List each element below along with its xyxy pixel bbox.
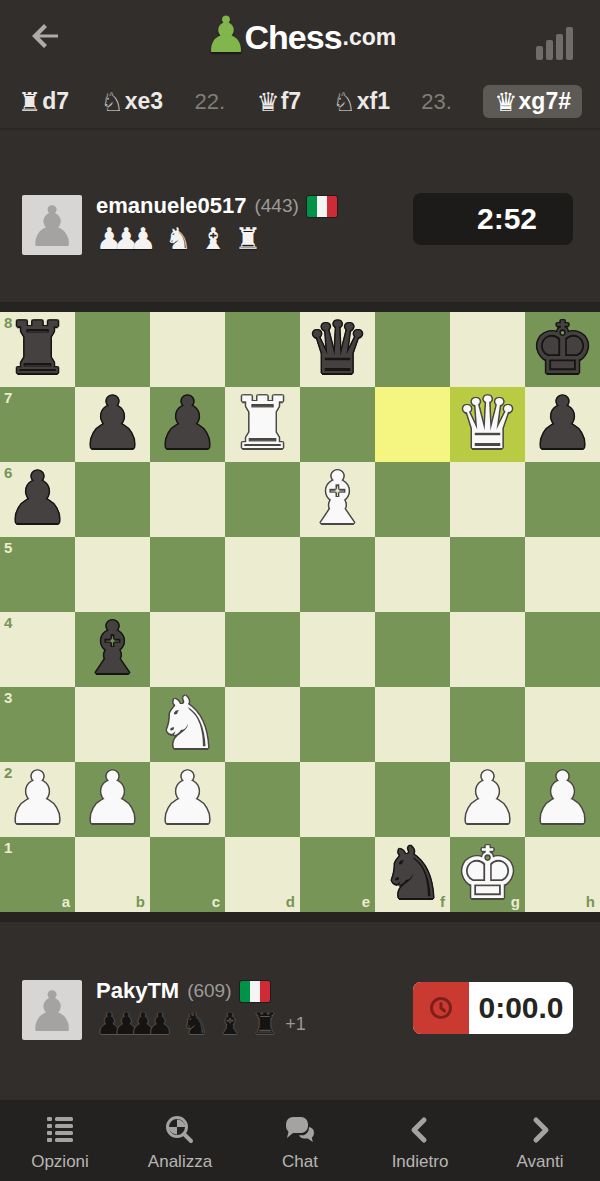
captured-knight-icon: ♞ [165, 221, 192, 256]
black-pawn: ♟ [5, 462, 70, 534]
nav-label: Indietro [392, 1152, 449, 1172]
square-c5[interactable] [150, 537, 225, 612]
square-c6[interactable] [150, 462, 225, 537]
square-c2[interactable]: ♟ [150, 762, 225, 837]
black-pawn: ♟ [155, 387, 220, 459]
square-d5[interactable] [225, 537, 300, 612]
square-f5[interactable] [375, 537, 450, 612]
square-a2[interactable]: 2♟ [0, 762, 75, 837]
square-f7[interactable] [375, 387, 450, 462]
nav-forward[interactable]: Avanti [480, 1100, 600, 1181]
square-b1[interactable]: b [75, 837, 150, 912]
chat-icon [282, 1114, 318, 1146]
logo-text-suffix: .com [343, 24, 397, 51]
square-g6[interactable] [450, 462, 525, 537]
move-san: f7 [281, 88, 301, 115]
move-item[interactable]: ♜d7 [18, 88, 69, 115]
file-label: d [286, 894, 295, 909]
italy-flag-icon [240, 981, 270, 1002]
move-number: 23. [421, 89, 452, 115]
avatar[interactable]: ♟ [22, 980, 82, 1040]
square-g5[interactable] [450, 537, 525, 612]
knight-figurine-icon: ♘ [100, 89, 123, 115]
clock-icon [427, 994, 455, 1022]
white-pawn: ♟ [530, 762, 595, 834]
square-h1[interactable]: h [525, 837, 600, 912]
white-rook: ♜ [230, 387, 295, 459]
top-bar: ♟ Chess .com [0, 0, 600, 75]
square-b2[interactable]: ♟ [75, 762, 150, 837]
player-name[interactable]: emanuele0517 [96, 193, 246, 219]
file-label: e [362, 894, 370, 909]
move-san: xe3 [125, 88, 163, 115]
nav-back[interactable]: Indietro [360, 1100, 480, 1181]
logo-pawn-icon: ♟ [204, 10, 249, 60]
square-c8[interactable] [150, 312, 225, 387]
square-h6[interactable] [525, 462, 600, 537]
square-g3[interactable] [450, 687, 525, 762]
file-label: a [62, 894, 70, 909]
square-a1[interactable]: 1a [0, 837, 75, 912]
white-pawn: ♟ [155, 762, 220, 834]
queen-figurine-icon: ♛ [494, 89, 517, 115]
captured-bishop-icon: ♝ [200, 221, 227, 256]
captured-pawn-icon: ♟ [147, 1006, 174, 1041]
square-b5[interactable] [75, 537, 150, 612]
square-b8[interactable] [75, 312, 150, 387]
square-e1[interactable]: e [300, 837, 375, 912]
square-h5[interactable] [525, 537, 600, 612]
rank-label: 3 [4, 690, 12, 705]
nav-options[interactable]: Opzioni [0, 1100, 120, 1181]
square-c4[interactable] [150, 612, 225, 687]
square-g8[interactable] [450, 312, 525, 387]
square-a6[interactable]: 6♟ [0, 462, 75, 537]
player-info-bottom: PakyTM (609) ♟♟♟♟♞♝♜ +1 [96, 977, 396, 1039]
square-f1[interactable]: f♞ [375, 837, 450, 912]
white-bishop: ♝ [305, 462, 370, 534]
pawn-avatar-icon: ♟ [27, 984, 77, 1040]
signal-bars-icon [536, 26, 576, 60]
options-list-icon [43, 1114, 77, 1146]
player-info-top: emanuele0517 (443) ♟♟♟♞♝♜ [96, 192, 396, 254]
black-rook: ♜ [5, 312, 70, 384]
square-f4[interactable] [375, 612, 450, 687]
square-h3[interactable] [525, 687, 600, 762]
white-knight: ♞ [155, 687, 220, 759]
nav-analyze[interactable]: Analizza [120, 1100, 240, 1181]
chesscom-logo: ♟ Chess .com [0, 0, 600, 75]
file-label: g [511, 894, 520, 909]
square-a3[interactable]: 3 [0, 687, 75, 762]
rank-label: 2 [4, 765, 12, 780]
square-c7[interactable]: ♟ [150, 387, 225, 462]
rank-label: 8 [4, 315, 12, 330]
captured-rook-icon: ♜ [251, 1006, 278, 1041]
move-number: 22. [194, 89, 225, 115]
square-a5[interactable]: 5 [0, 537, 75, 612]
square-g1[interactable]: g♚ [450, 837, 525, 912]
move-item[interactable]: ♘xf1 [332, 88, 390, 115]
logo-text-main: Chess [245, 18, 342, 57]
black-bishop: ♝ [80, 612, 145, 684]
square-c1[interactable]: c [150, 837, 225, 912]
player-rating: (609) [187, 980, 231, 1002]
low-time-flag-zone [413, 982, 469, 1034]
clock-bottom: 0:00.0 [413, 982, 573, 1034]
chess-board: 8♜♛♚7♟♟♜♛♟6♟♝54♝3♞2♟♟♟♟♟1abcdef♞g♚h [0, 302, 600, 922]
player-rating: (443) [254, 195, 298, 217]
square-g2[interactable]: ♟ [450, 762, 525, 837]
square-a4[interactable]: 4 [0, 612, 75, 687]
nav-label: Chat [282, 1152, 318, 1172]
file-label: f [440, 894, 445, 909]
square-b4[interactable]: ♝ [75, 612, 150, 687]
analysis-icon [163, 1114, 197, 1146]
rank-label: 4 [4, 615, 12, 630]
rank-label: 1 [4, 840, 12, 855]
clock-time-bottom: 0:00.0 [469, 982, 573, 1034]
square-h8[interactable]: ♚ [525, 312, 600, 387]
square-e2[interactable] [300, 762, 375, 837]
rank-label: 7 [4, 390, 12, 405]
rank-label: 5 [4, 540, 12, 555]
player-name[interactable]: PakyTM [96, 978, 179, 1004]
nav-label: Opzioni [31, 1152, 89, 1172]
captured-pawn-icon: ♟ [130, 221, 157, 256]
square-f8[interactable] [375, 312, 450, 387]
square-e5[interactable] [300, 537, 375, 612]
move-san: xg7# [519, 88, 571, 115]
black-pawn: ♟ [80, 387, 145, 459]
nav-label: Avanti [517, 1152, 564, 1172]
move-list: ♜d7 ♘xe3 22. ♛f7 ♘xf1 23. ♛xg7# [0, 75, 600, 130]
square-d4[interactable] [225, 612, 300, 687]
chevron-right-icon [523, 1114, 557, 1146]
nav-label: Analizza [148, 1152, 212, 1172]
square-d6[interactable] [225, 462, 300, 537]
white-pawn: ♟ [5, 762, 70, 834]
knight-figurine-icon: ♘ [332, 89, 355, 115]
square-h4[interactable] [525, 612, 600, 687]
file-label: b [136, 894, 145, 909]
square-d1[interactable]: d [225, 837, 300, 912]
captured-bishop-icon: ♝ [217, 1006, 244, 1041]
square-g7[interactable]: ♛ [450, 387, 525, 462]
square-a8[interactable]: 8♜ [0, 312, 75, 387]
square-e4[interactable] [300, 612, 375, 687]
square-h2[interactable]: ♟ [525, 762, 600, 837]
white-pawn: ♟ [80, 762, 145, 834]
move-item-current[interactable]: ♛xg7# [483, 85, 582, 118]
square-f2[interactable] [375, 762, 450, 837]
chevron-left-icon [403, 1114, 437, 1146]
square-b7[interactable]: ♟ [75, 387, 150, 462]
material-advantage: +1 [285, 1014, 306, 1035]
square-f6[interactable] [375, 462, 450, 537]
square-e7[interactable] [300, 387, 375, 462]
square-f3[interactable] [375, 687, 450, 762]
square-h7[interactable]: ♟ [525, 387, 600, 462]
white-pawn: ♟ [455, 762, 520, 834]
white-queen: ♛ [455, 387, 520, 459]
move-san: d7 [42, 88, 69, 115]
black-pawn: ♟ [530, 387, 595, 459]
captured-knight-icon: ♞ [182, 1006, 209, 1041]
captured-pieces-bottom: ♟♟♟♟♞♝♜ +1 [96, 1009, 396, 1039]
square-b6[interactable] [75, 462, 150, 537]
clock-top: 2:52 [413, 193, 573, 245]
square-e8[interactable]: ♛ [300, 312, 375, 387]
clock-time-top: 2:52 [413, 193, 573, 245]
square-a7[interactable]: 7 [0, 387, 75, 462]
captured-pieces-top: ♟♟♟♞♝♜ [96, 224, 396, 254]
square-d3[interactable] [225, 687, 300, 762]
move-san: xf1 [357, 88, 390, 115]
move-item[interactable]: ♘xe3 [100, 88, 163, 115]
pawn-avatar-icon: ♟ [27, 199, 77, 255]
square-e6[interactable]: ♝ [300, 462, 375, 537]
square-b3[interactable] [75, 687, 150, 762]
black-queen: ♛ [305, 312, 370, 384]
captured-rook-icon: ♜ [235, 221, 262, 256]
italy-flag-icon [307, 196, 337, 217]
rank-label: 6 [4, 465, 12, 480]
nav-chat[interactable]: Chat [240, 1100, 360, 1181]
black-knight: ♞ [380, 837, 445, 909]
square-e3[interactable] [300, 687, 375, 762]
file-label: h [586, 894, 595, 909]
queen-figurine-icon: ♛ [256, 89, 279, 115]
square-d2[interactable] [225, 762, 300, 837]
square-c3[interactable]: ♞ [150, 687, 225, 762]
rook-figurine-icon: ♜ [18, 89, 41, 115]
move-item[interactable]: ♛f7 [256, 88, 301, 115]
square-d8[interactable] [225, 312, 300, 387]
chess-app-screen: ♟ Chess .com ♜d7 ♘xe3 22. ♛f7 ♘xf1 23. ♛… [0, 0, 600, 1181]
black-king: ♚ [530, 312, 595, 384]
square-g4[interactable] [450, 612, 525, 687]
avatar[interactable]: ♟ [22, 195, 82, 255]
bottom-nav: Opzioni Analizza Chat Indietro [0, 1100, 600, 1181]
file-label: c [212, 894, 220, 909]
square-d7[interactable]: ♜ [225, 387, 300, 462]
